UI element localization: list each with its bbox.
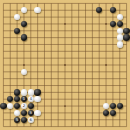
stone-black — [21, 34, 27, 40]
stone-black — [21, 117, 27, 123]
stone-black — [110, 103, 116, 109]
stone-white: 6 — [28, 117, 34, 123]
stone-black — [110, 7, 116, 13]
stone-white — [34, 110, 40, 116]
move-number: 6 — [30, 118, 32, 122]
stone-white — [28, 89, 34, 95]
move-number: 1 — [23, 97, 25, 101]
stone-black — [96, 7, 102, 13]
stone-black — [21, 110, 27, 116]
stone-white: 2 — [21, 103, 27, 109]
stone-white — [103, 103, 109, 109]
stone-white — [34, 7, 40, 13]
stone-white — [7, 103, 13, 109]
stone-white — [14, 14, 20, 20]
stone-black — [21, 21, 27, 27]
stone-black — [123, 34, 129, 40]
stone-white — [117, 14, 123, 20]
stone-white — [21, 7, 27, 13]
stone-black — [14, 103, 20, 109]
stone-white — [117, 41, 123, 47]
stone-white: 4 — [28, 96, 34, 102]
stone-black — [14, 89, 20, 95]
stone-black — [14, 28, 20, 34]
stone-white — [117, 28, 123, 34]
go-board[interactable]: 142356 — [0, 0, 130, 130]
stone-black: 1 — [21, 96, 27, 102]
stone-white — [34, 96, 40, 102]
stone-white — [117, 34, 123, 40]
stones-layer: 142356 — [0, 0, 130, 130]
stone-black — [117, 103, 123, 109]
move-number: 3 — [30, 111, 32, 115]
move-number: 5 — [16, 118, 18, 122]
stone-white — [14, 110, 20, 116]
stone-black — [7, 96, 13, 102]
stone-black: 3 — [28, 110, 34, 116]
move-number: 4 — [30, 97, 32, 101]
stone-white — [21, 69, 27, 75]
stone-black — [123, 28, 129, 34]
stone-black — [103, 110, 109, 116]
stone-black — [0, 103, 6, 109]
stone-white — [21, 89, 27, 95]
stone-black — [28, 103, 34, 109]
stone-black: 5 — [14, 117, 20, 123]
stone-black — [110, 21, 116, 27]
stone-black — [117, 21, 123, 27]
stone-black — [34, 89, 40, 95]
stone-black — [110, 110, 116, 116]
move-number: 2 — [23, 104, 25, 108]
stone-black — [14, 96, 20, 102]
